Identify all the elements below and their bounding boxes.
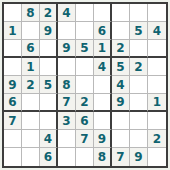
cell-r7c9-empty[interactable] [148,112,166,130]
cell-r5c5-empty[interactable] [76,76,94,94]
cell-r2c8-given-5[interactable]: 5 [130,22,148,40]
cell-r5c2-given-2[interactable]: 2 [22,76,40,94]
cell-r1c1-empty[interactable] [4,4,22,22]
cell-r4c4-empty[interactable] [58,58,76,76]
cell-r9c7-given-7[interactable]: 7 [112,148,130,166]
cell-r8c5-given-7[interactable]: 7 [76,130,94,148]
cell-r1c2-given-8[interactable]: 8 [22,4,40,22]
cell-r4c5-empty[interactable] [76,58,94,76]
cell-r1c6-empty[interactable] [94,4,112,22]
cell-r1c4-given-4[interactable]: 4 [58,4,76,22]
cell-r5c7-given-4[interactable]: 4 [112,76,130,94]
cell-r9c4-empty[interactable] [58,148,76,166]
cell-r7c1-given-7[interactable]: 7 [4,112,22,130]
cell-r6c1-given-6[interactable]: 6 [4,94,22,112]
cell-r3c8-empty[interactable] [130,40,148,58]
cell-r7c7-empty[interactable] [112,112,130,130]
cell-r3c3-empty[interactable] [40,40,58,58]
cell-r2c9-given-4[interactable]: 4 [148,22,166,40]
sudoku-board: 82419654695121452925846729173647926879 [2,2,168,168]
cell-r8c7-empty[interactable] [112,130,130,148]
cell-r6c2-empty[interactable] [22,94,40,112]
cell-r2c2-empty[interactable] [22,22,40,40]
cell-r6c7-given-9[interactable]: 9 [112,94,130,112]
cell-r6c8-empty[interactable] [130,94,148,112]
cell-r9c5-empty[interactable] [76,148,94,166]
cell-r4c7-given-5[interactable]: 5 [112,58,130,76]
cell-r3c1-empty[interactable] [4,40,22,58]
cell-r9c8-given-9[interactable]: 9 [130,148,148,166]
cell-r2c6-given-6[interactable]: 6 [94,22,112,40]
cell-r2c3-given-9[interactable]: 9 [40,22,58,40]
cell-r6c5-given-2[interactable]: 2 [76,94,94,112]
cell-r4c2-given-1[interactable]: 1 [22,58,40,76]
cell-r9c2-empty[interactable] [22,148,40,166]
cell-r3c9-empty[interactable] [148,40,166,58]
cell-r7c6-empty[interactable] [94,112,112,130]
cell-r6c3-empty[interactable] [40,94,58,112]
cell-r4c8-given-2[interactable]: 2 [130,58,148,76]
cell-r1c8-empty[interactable] [130,4,148,22]
cell-r5c1-given-9[interactable]: 9 [4,76,22,94]
cell-r5c4-given-8[interactable]: 8 [58,76,76,94]
cell-r5c9-empty[interactable] [148,76,166,94]
cell-r8c3-given-4[interactable]: 4 [40,130,58,148]
cell-r8c6-given-9[interactable]: 9 [94,130,112,148]
cell-r3c4-given-9[interactable]: 9 [58,40,76,58]
cell-r9c6-given-8[interactable]: 8 [94,148,112,166]
cell-r6c4-given-7[interactable]: 7 [58,94,76,112]
cell-r6c9-given-1[interactable]: 1 [148,94,166,112]
cell-r8c4-empty[interactable] [58,130,76,148]
cell-r7c5-given-6[interactable]: 6 [76,112,94,130]
cell-r4c1-empty[interactable] [4,58,22,76]
cell-r1c7-empty[interactable] [112,4,130,22]
cell-r9c1-empty[interactable] [4,148,22,166]
cell-r2c1-given-1[interactable]: 1 [4,22,22,40]
cell-r2c7-empty[interactable] [112,22,130,40]
cell-r3c6-given-1[interactable]: 1 [94,40,112,58]
cell-r4c3-empty[interactable] [40,58,58,76]
cell-r5c8-empty[interactable] [130,76,148,94]
cell-r7c3-empty[interactable] [40,112,58,130]
cell-r2c4-empty[interactable] [58,22,76,40]
cell-r6c6-empty[interactable] [94,94,112,112]
cell-r7c2-empty[interactable] [22,112,40,130]
cell-r3c5-given-5[interactable]: 5 [76,40,94,58]
cell-r8c8-empty[interactable] [130,130,148,148]
cell-r5c6-empty[interactable] [94,76,112,94]
cell-r1c9-empty[interactable] [148,4,166,22]
cell-r1c3-given-2[interactable]: 2 [40,4,58,22]
cell-r5c3-given-5[interactable]: 5 [40,76,58,94]
cell-r8c2-empty[interactable] [22,130,40,148]
cell-r3c2-given-6[interactable]: 6 [22,40,40,58]
cell-r2c5-empty[interactable] [76,22,94,40]
cell-r4c6-given-4[interactable]: 4 [94,58,112,76]
cell-r4c9-empty[interactable] [148,58,166,76]
cell-r1c5-empty[interactable] [76,4,94,22]
cell-r7c8-empty[interactable] [130,112,148,130]
cell-r8c1-empty[interactable] [4,130,22,148]
cell-r9c3-given-6[interactable]: 6 [40,148,58,166]
cell-r9c9-empty[interactable] [148,148,166,166]
cell-r8c9-given-2[interactable]: 2 [148,130,166,148]
cell-r7c4-given-3[interactable]: 3 [58,112,76,130]
cell-r3c7-given-2[interactable]: 2 [112,40,130,58]
